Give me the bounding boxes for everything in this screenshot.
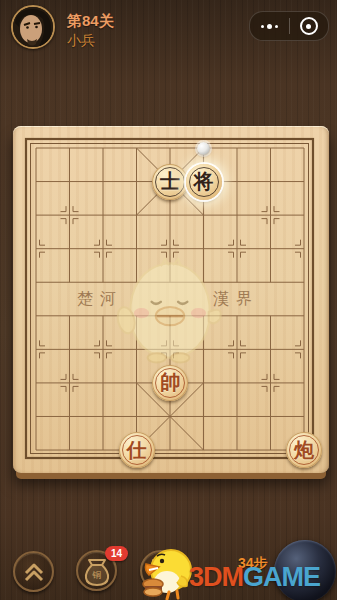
3dm-chick-logo [141,544,195,600]
app-root: { "game": "xiangqi", "header": { "level_… [0,0,337,600]
circle-dot-icon [300,17,318,35]
avatar[interactable] [11,5,55,49]
piece-glyph: 士 [152,164,188,200]
xiangqi-board: 楚河 漢界 士将帥仕炮 [13,126,329,473]
miniprogram-capsule [249,11,329,41]
river-label-left: 楚河 [77,289,123,310]
red-cannon-piece[interactable]: 炮 [286,432,322,468]
expand-menu-button[interactable] [13,551,54,592]
more-icon [261,24,278,29]
piece-glyph: 将 [186,164,222,200]
3dmgame-watermark: 3DMGAME [189,562,320,593]
level-title: 第84关 [67,12,114,31]
close-button[interactable] [290,12,329,40]
river-label-right: 漢界 [213,289,259,310]
coins-badge: 14 [105,546,128,561]
svg-text:铜: 铜 [91,570,101,580]
last-move-marker [197,142,210,155]
piece-glyph: 炮 [286,432,322,468]
piece-glyph: 仕 [119,432,155,468]
red-advisor-piece[interactable]: 仕 [119,432,155,468]
money-bag-icon: 铜 [83,556,111,586]
black-general-piece[interactable]: 将 [186,164,222,200]
piece-glyph: 帥 [152,365,188,401]
black-advisor-piece[interactable]: 士 [152,164,188,200]
more-button[interactable] [250,12,289,40]
red-general-piece[interactable]: 帥 [152,365,188,401]
rank-title: 小兵 [67,32,95,50]
chevron-up-icon [22,561,46,583]
avatar-portrait [13,7,53,47]
